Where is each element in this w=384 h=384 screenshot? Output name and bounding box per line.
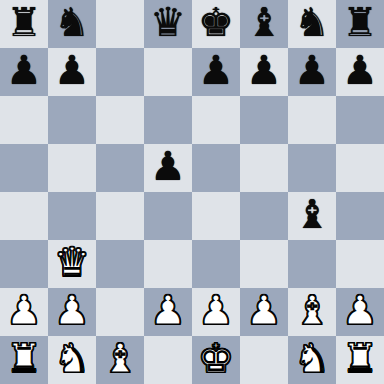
square-b8[interactable]: ♞ bbox=[48, 0, 96, 48]
square-c7[interactable] bbox=[96, 48, 144, 96]
square-g3[interactable] bbox=[288, 240, 336, 288]
black-queen[interactable]: ♛ bbox=[150, 0, 186, 46]
square-a3[interactable] bbox=[0, 240, 48, 288]
white-queen[interactable]: ♛ bbox=[54, 240, 90, 286]
square-b2[interactable]: ♟ bbox=[48, 288, 96, 336]
black-rook[interactable]: ♜ bbox=[6, 0, 42, 46]
black-knight[interactable]: ♞ bbox=[294, 0, 330, 46]
square-a5[interactable] bbox=[0, 144, 48, 192]
square-a1[interactable]: ♜ bbox=[0, 336, 48, 384]
square-g7[interactable]: ♟ bbox=[288, 48, 336, 96]
black-pawn[interactable]: ♟ bbox=[54, 48, 90, 94]
square-g1[interactable]: ♞ bbox=[288, 336, 336, 384]
square-b5[interactable] bbox=[48, 144, 96, 192]
white-king[interactable]: ♚ bbox=[198, 336, 234, 382]
square-e4[interactable] bbox=[192, 192, 240, 240]
black-pawn[interactable]: ♟ bbox=[294, 48, 330, 94]
square-h3[interactable] bbox=[336, 240, 384, 288]
black-pawn[interactable]: ♟ bbox=[342, 48, 378, 94]
white-knight[interactable]: ♞ bbox=[294, 336, 330, 382]
square-c5[interactable] bbox=[96, 144, 144, 192]
black-rook[interactable]: ♜ bbox=[342, 0, 378, 46]
white-pawn[interactable]: ♟ bbox=[6, 288, 42, 334]
black-pawn[interactable]: ♟ bbox=[6, 48, 42, 94]
square-f2[interactable]: ♟ bbox=[240, 288, 288, 336]
square-h7[interactable]: ♟ bbox=[336, 48, 384, 96]
square-f5[interactable] bbox=[240, 144, 288, 192]
square-d7[interactable] bbox=[144, 48, 192, 96]
square-e8[interactable]: ♚ bbox=[192, 0, 240, 48]
square-h6[interactable] bbox=[336, 96, 384, 144]
square-c2[interactable] bbox=[96, 288, 144, 336]
square-d3[interactable] bbox=[144, 240, 192, 288]
square-b4[interactable] bbox=[48, 192, 96, 240]
square-a4[interactable] bbox=[0, 192, 48, 240]
black-pawn[interactable]: ♟ bbox=[246, 48, 282, 94]
white-knight[interactable]: ♞ bbox=[54, 336, 90, 382]
white-bishop[interactable]: ♝ bbox=[294, 288, 330, 334]
square-f3[interactable] bbox=[240, 240, 288, 288]
square-c6[interactable] bbox=[96, 96, 144, 144]
square-d5[interactable]: ♟ bbox=[144, 144, 192, 192]
square-e3[interactable] bbox=[192, 240, 240, 288]
black-bishop[interactable]: ♝ bbox=[294, 192, 330, 238]
white-pawn[interactable]: ♟ bbox=[246, 288, 282, 334]
square-f8[interactable]: ♝ bbox=[240, 0, 288, 48]
chess-board: ♜♞♛♚♝♞♜♟♟♟♟♟♟♟♝♛♟♟♟♟♟♝♟♜♞♝♚♞♜ bbox=[0, 0, 384, 384]
square-h2[interactable]: ♟ bbox=[336, 288, 384, 336]
square-g5[interactable] bbox=[288, 144, 336, 192]
black-bishop[interactable]: ♝ bbox=[246, 0, 282, 46]
square-b7[interactable]: ♟ bbox=[48, 48, 96, 96]
square-b3[interactable]: ♛ bbox=[48, 240, 96, 288]
square-h1[interactable]: ♜ bbox=[336, 336, 384, 384]
black-pawn[interactable]: ♟ bbox=[150, 144, 186, 190]
square-d8[interactable]: ♛ bbox=[144, 0, 192, 48]
square-d6[interactable] bbox=[144, 96, 192, 144]
square-d2[interactable]: ♟ bbox=[144, 288, 192, 336]
square-c1[interactable]: ♝ bbox=[96, 336, 144, 384]
square-d1[interactable] bbox=[144, 336, 192, 384]
white-rook[interactable]: ♜ bbox=[342, 336, 378, 382]
square-g8[interactable]: ♞ bbox=[288, 0, 336, 48]
white-pawn[interactable]: ♟ bbox=[54, 288, 90, 334]
square-d4[interactable] bbox=[144, 192, 192, 240]
white-pawn[interactable]: ♟ bbox=[342, 288, 378, 334]
square-a2[interactable]: ♟ bbox=[0, 288, 48, 336]
square-g4[interactable]: ♝ bbox=[288, 192, 336, 240]
square-e1[interactable]: ♚ bbox=[192, 336, 240, 384]
square-h5[interactable] bbox=[336, 144, 384, 192]
square-c4[interactable] bbox=[96, 192, 144, 240]
white-pawn[interactable]: ♟ bbox=[198, 288, 234, 334]
square-b6[interactable] bbox=[48, 96, 96, 144]
white-pawn[interactable]: ♟ bbox=[150, 288, 186, 334]
square-f7[interactable]: ♟ bbox=[240, 48, 288, 96]
square-e7[interactable]: ♟ bbox=[192, 48, 240, 96]
square-h8[interactable]: ♜ bbox=[336, 0, 384, 48]
square-h4[interactable] bbox=[336, 192, 384, 240]
square-c8[interactable] bbox=[96, 0, 144, 48]
white-rook[interactable]: ♜ bbox=[6, 336, 42, 382]
square-g6[interactable] bbox=[288, 96, 336, 144]
square-c3[interactable] bbox=[96, 240, 144, 288]
square-a8[interactable]: ♜ bbox=[0, 0, 48, 48]
square-f1[interactable] bbox=[240, 336, 288, 384]
white-bishop[interactable]: ♝ bbox=[102, 336, 138, 382]
square-g2[interactable]: ♝ bbox=[288, 288, 336, 336]
square-e5[interactable] bbox=[192, 144, 240, 192]
black-pawn[interactable]: ♟ bbox=[198, 48, 234, 94]
black-knight[interactable]: ♞ bbox=[54, 0, 90, 46]
black-king[interactable]: ♚ bbox=[198, 0, 234, 46]
square-a7[interactable]: ♟ bbox=[0, 48, 48, 96]
square-f6[interactable] bbox=[240, 96, 288, 144]
square-a6[interactable] bbox=[0, 96, 48, 144]
square-e2[interactable]: ♟ bbox=[192, 288, 240, 336]
square-b1[interactable]: ♞ bbox=[48, 336, 96, 384]
square-e6[interactable] bbox=[192, 96, 240, 144]
square-f4[interactable] bbox=[240, 192, 288, 240]
